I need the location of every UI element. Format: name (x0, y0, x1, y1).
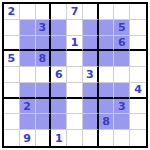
cell-r3c5-given-1[interactable]: 1 (67, 36, 83, 52)
cell-r2c5-empty[interactable] (67, 20, 83, 36)
cell-r9c7-empty[interactable] (99, 130, 115, 146)
cell-r8c6-empty[interactable] (83, 114, 99, 130)
cell-r5c5-empty[interactable] (67, 67, 83, 83)
cell-r4c1-given-5[interactable]: 5 (4, 51, 20, 67)
cell-r1c5-given-7[interactable]: 7 (67, 4, 83, 20)
cell-r7c2-given-2[interactable]: 2 (20, 99, 36, 115)
cell-r9c6-empty[interactable] (83, 130, 99, 146)
cell-r4c9-empty[interactable] (130, 51, 146, 67)
cell-r9c4-given-1[interactable]: 1 (51, 130, 67, 146)
cell-r3c3-empty[interactable] (36, 36, 52, 52)
cell-r2c6-empty[interactable] (83, 20, 99, 36)
cell-r5c2-empty[interactable] (20, 67, 36, 83)
cell-r5c7-empty[interactable] (99, 67, 115, 83)
cell-r7c5-empty[interactable] (67, 99, 83, 115)
cell-r8c5-empty[interactable] (67, 114, 83, 130)
cell-r8c3-empty[interactable] (36, 114, 52, 130)
cell-r4c5-empty[interactable] (67, 51, 83, 67)
cell-r9c2-given-9[interactable]: 9 (20, 130, 36, 146)
sudoku-board: 2735165863423891 (2, 2, 148, 148)
cell-r7c1-empty[interactable] (4, 99, 20, 115)
cell-r7c6-empty[interactable] (83, 99, 99, 115)
cell-r1c6-empty[interactable] (83, 4, 99, 20)
cell-r4c6-empty[interactable] (83, 51, 99, 67)
cell-r4c4-empty[interactable] (51, 51, 67, 67)
cell-r1c8-empty[interactable] (114, 4, 130, 20)
cell-r2c2-empty[interactable] (20, 20, 36, 36)
cell-r2c1-empty[interactable] (4, 20, 20, 36)
cell-r8c1-empty[interactable] (4, 114, 20, 130)
cell-r9c1-empty[interactable] (4, 130, 20, 146)
cell-r5c4-given-6[interactable]: 6 (51, 67, 67, 83)
cell-r8c4-empty[interactable] (51, 114, 67, 130)
cell-r2c4-empty[interactable] (51, 20, 67, 36)
cell-r1c7-empty[interactable] (99, 4, 115, 20)
cell-r8c2-empty[interactable] (20, 114, 36, 130)
cell-r5c8-empty[interactable] (114, 67, 130, 83)
cell-r6c5-empty[interactable] (67, 83, 83, 99)
cell-r6c4-empty[interactable] (51, 83, 67, 99)
cell-r4c3-given-8[interactable]: 8 (36, 51, 52, 67)
cell-r9c9-empty[interactable] (130, 130, 146, 146)
cell-r3c4-empty[interactable] (51, 36, 67, 52)
cell-r9c8-empty[interactable] (114, 130, 130, 146)
cell-r5c6-given-3[interactable]: 3 (83, 67, 99, 83)
cell-r5c1-empty[interactable] (4, 67, 20, 83)
cell-r2c7-empty[interactable] (99, 20, 115, 36)
cell-r6c6-empty[interactable] (83, 83, 99, 99)
cell-r7c7-empty[interactable] (99, 99, 115, 115)
cell-r4c2-empty[interactable] (20, 51, 36, 67)
cell-r3c8-given-6[interactable]: 6 (114, 36, 130, 52)
cell-r3c1-empty[interactable] (4, 36, 20, 52)
cell-r7c9-empty[interactable] (130, 99, 146, 115)
cell-r1c2-empty[interactable] (20, 4, 36, 20)
cell-r3c9-empty[interactable] (130, 36, 146, 52)
cell-r2c3-given-3[interactable]: 3 (36, 20, 52, 36)
cell-r5c9-empty[interactable] (130, 67, 146, 83)
cell-r8c7-given-8[interactable]: 8 (99, 114, 115, 130)
cell-r4c8-empty[interactable] (114, 51, 130, 67)
cell-r9c3-empty[interactable] (36, 130, 52, 146)
cell-r8c9-empty[interactable] (130, 114, 146, 130)
cell-r3c7-empty[interactable] (99, 36, 115, 52)
cell-r6c8-empty[interactable] (114, 83, 130, 99)
cell-r3c6-empty[interactable] (83, 36, 99, 52)
cell-r2c9-empty[interactable] (130, 20, 146, 36)
cell-r6c1-empty[interactable] (4, 83, 20, 99)
cell-r2c8-given-5[interactable]: 5 (114, 20, 130, 36)
cell-r4c7-empty[interactable] (99, 51, 115, 67)
cell-r9c5-empty[interactable] (67, 130, 83, 146)
cell-r7c4-empty[interactable] (51, 99, 67, 115)
cell-r1c9-empty[interactable] (130, 4, 146, 20)
cell-r3c2-empty[interactable] (20, 36, 36, 52)
cell-r8c8-empty[interactable] (114, 114, 130, 130)
cell-r7c8-given-3[interactable]: 3 (114, 99, 130, 115)
cell-r1c4-empty[interactable] (51, 4, 67, 20)
cell-r6c3-empty[interactable] (36, 83, 52, 99)
cell-r5c3-empty[interactable] (36, 67, 52, 83)
cell-r1c3-empty[interactable] (36, 4, 52, 20)
cell-r6c2-empty[interactable] (20, 83, 36, 99)
cell-r1c1-given-2[interactable]: 2 (4, 4, 20, 20)
cell-r6c9-given-4[interactable]: 4 (130, 83, 146, 99)
cell-r7c3-empty[interactable] (36, 99, 52, 115)
cell-r6c7-empty[interactable] (99, 83, 115, 99)
